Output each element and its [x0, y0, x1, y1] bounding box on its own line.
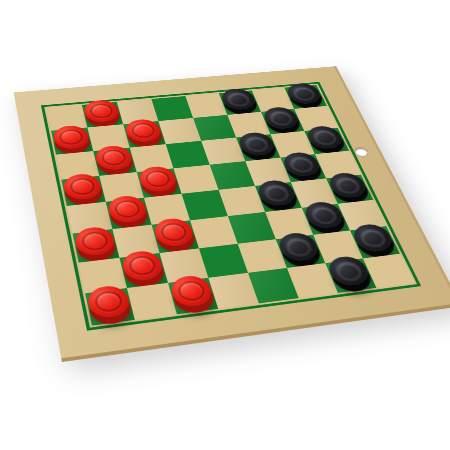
square-r2c1[interactable] [51, 127, 93, 154]
red-checker-r1c2[interactable] [82, 99, 121, 123]
board-border-line [41, 82, 421, 331]
photo-stage [0, 0, 450, 450]
red-checker-r2c1[interactable] [51, 125, 91, 151]
black-checker-r1c8[interactable] [284, 82, 324, 104]
board-grid [46, 85, 414, 326]
checkers-board [14, 66, 450, 362]
red-checker-r2c3[interactable] [123, 118, 163, 143]
